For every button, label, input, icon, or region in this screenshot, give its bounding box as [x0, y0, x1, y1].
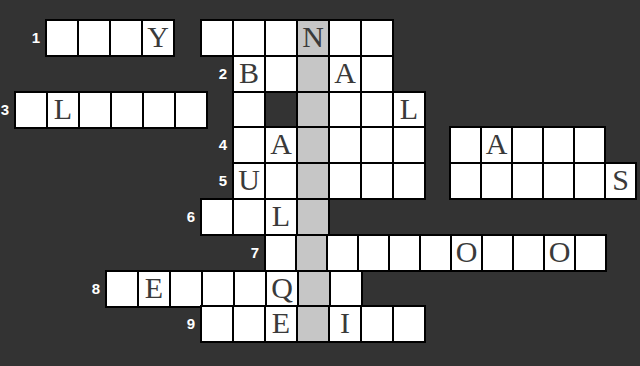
solution-cell[interactable]: [296, 91, 330, 129]
cell[interactable]: [326, 234, 359, 272]
cell[interactable]: [105, 270, 139, 308]
answer-row-6-segment-1: L: [200, 198, 330, 236]
solution-cell[interactable]: [296, 198, 330, 236]
answer-row-4-segment-1: A: [232, 126, 426, 164]
cell[interactable]: [110, 91, 144, 129]
cell[interactable]: [174, 91, 208, 129]
cell[interactable]: [328, 91, 362, 129]
cell[interactable]: [264, 55, 298, 93]
cell[interactable]: [109, 19, 143, 57]
answer-row-2-segment-1: BA: [232, 55, 394, 93]
clue-number-8: 8: [74, 279, 100, 299]
cell[interactable]: A: [264, 126, 298, 164]
cell[interactable]: [542, 126, 575, 164]
solution-cell[interactable]: [295, 234, 328, 272]
clue-number-3: 3: [0, 100, 9, 120]
cell[interactable]: [574, 234, 607, 272]
cell[interactable]: [392, 162, 426, 200]
solution-cell[interactable]: [296, 55, 330, 93]
cell[interactable]: [511, 126, 544, 164]
answer-row-8-segment-1: EQ: [105, 270, 363, 308]
answer-row-7-segment-1: OO: [264, 234, 607, 272]
clue-number-1: 1: [14, 28, 40, 48]
answer-row-4-segment-2: A: [449, 126, 606, 164]
cell[interactable]: [360, 305, 394, 343]
cell[interactable]: [14, 91, 48, 129]
cell[interactable]: [328, 126, 362, 164]
answer-row-5-segment-1: U: [232, 162, 426, 200]
cell[interactable]: S: [604, 162, 637, 200]
cell[interactable]: A: [328, 55, 362, 93]
clue-number-2: 2: [201, 64, 227, 84]
cell[interactable]: [511, 162, 544, 200]
cell[interactable]: [328, 19, 362, 57]
cell[interactable]: [45, 19, 79, 57]
cell[interactable]: [329, 270, 363, 308]
cell[interactable]: [232, 198, 266, 236]
cell[interactable]: [77, 19, 111, 57]
cell[interactable]: [232, 126, 266, 164]
cell[interactable]: [201, 270, 235, 308]
answer-row-1-segment-2: N: [200, 19, 394, 57]
cell[interactable]: [200, 19, 234, 57]
cell[interactable]: L: [46, 91, 80, 129]
clue-number-9: 9: [169, 314, 195, 334]
cell[interactable]: [392, 305, 426, 343]
cell[interactable]: [264, 162, 298, 200]
cell[interactable]: [200, 198, 234, 236]
cell[interactable]: L: [264, 198, 298, 236]
clue-number-7: 7: [233, 243, 259, 263]
cell[interactable]: U: [232, 162, 266, 200]
cell[interactable]: B: [232, 55, 266, 93]
cell[interactable]: [360, 19, 394, 57]
answer-row-5-segment-2: S: [449, 162, 637, 200]
clue-number-4: 4: [201, 135, 227, 155]
cell[interactable]: [480, 162, 513, 200]
cell[interactable]: I: [328, 305, 362, 343]
cell[interactable]: [264, 234, 297, 272]
cell[interactable]: [78, 91, 112, 129]
cell[interactable]: [357, 234, 390, 272]
cell[interactable]: [232, 305, 266, 343]
cell[interactable]: [360, 162, 394, 200]
answer-row-1-segment-1: Y: [45, 19, 175, 57]
solution-cell[interactable]: N: [296, 19, 330, 57]
cell[interactable]: [360, 55, 394, 93]
cell[interactable]: [573, 162, 606, 200]
answer-row-3-segment-1: L: [14, 91, 208, 129]
cell[interactable]: Y: [141, 19, 175, 57]
cell[interactable]: A: [480, 126, 513, 164]
answer-row-3-segment-3: L: [296, 91, 426, 129]
cell[interactable]: [388, 234, 421, 272]
cell[interactable]: [512, 234, 545, 272]
solution-cell[interactable]: [296, 305, 330, 343]
cell[interactable]: E: [264, 305, 298, 343]
solution-cell[interactable]: [296, 162, 330, 200]
cell[interactable]: O: [450, 234, 483, 272]
cell[interactable]: E: [137, 270, 171, 308]
answer-row-9-segment-1: EI: [200, 305, 426, 343]
puzzle-board: 1YN2BA3LL4AA5US6L7OO8EQ9EI: [0, 0, 640, 366]
cell[interactable]: Q: [265, 270, 299, 308]
cell[interactable]: [232, 91, 266, 129]
cell[interactable]: [573, 126, 606, 164]
cell[interactable]: [481, 234, 514, 272]
cell[interactable]: [142, 91, 176, 129]
clue-number-5: 5: [201, 171, 227, 191]
cell[interactable]: [360, 126, 394, 164]
cell[interactable]: [232, 19, 266, 57]
cell[interactable]: [264, 19, 298, 57]
cell[interactable]: [233, 270, 267, 308]
cell[interactable]: O: [543, 234, 576, 272]
cell[interactable]: [169, 270, 203, 308]
answer-row-3-segment-2: [232, 91, 266, 129]
cell[interactable]: [200, 305, 234, 343]
cell[interactable]: [449, 126, 482, 164]
cell[interactable]: L: [392, 91, 426, 129]
cell[interactable]: [419, 234, 452, 272]
clue-number-6: 6: [169, 207, 195, 227]
cell[interactable]: [328, 162, 362, 200]
cell[interactable]: [360, 91, 394, 129]
cell[interactable]: [542, 162, 575, 200]
cell[interactable]: [449, 162, 482, 200]
cell[interactable]: [392, 126, 426, 164]
solution-cell[interactable]: [297, 270, 331, 308]
solution-cell[interactable]: [296, 126, 330, 164]
